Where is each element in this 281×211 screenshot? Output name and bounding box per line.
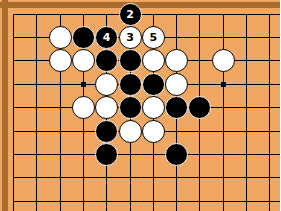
grid-line-horizontal <box>14 154 281 155</box>
star-point <box>81 82 86 87</box>
white-stone <box>119 120 142 143</box>
white-stone <box>142 96 165 119</box>
go-board-diagram: 2435 <box>0 0 280 211</box>
white-stone <box>165 73 188 96</box>
white-stone <box>49 26 72 49</box>
grid-line-vertical <box>13 14 14 211</box>
grid-line-vertical <box>269 14 270 211</box>
star-point <box>221 82 226 87</box>
black-stone <box>142 73 165 96</box>
move-number-label: 3 <box>126 32 134 43</box>
white-stone <box>95 96 118 119</box>
black-stone <box>119 73 142 96</box>
black-stone <box>119 49 142 72</box>
move-number-label: 5 <box>149 32 157 43</box>
black-stone <box>188 96 211 119</box>
black-stone <box>95 120 118 143</box>
grid-line-horizontal <box>14 14 281 15</box>
black-stone <box>165 143 188 166</box>
grid-line-horizontal <box>14 177 281 178</box>
grid-line-vertical <box>36 14 37 211</box>
black-stone: 2 <box>119 3 142 26</box>
move-number-label: 2 <box>126 9 134 20</box>
white-stone: 3 <box>119 26 142 49</box>
white-stone <box>95 73 118 96</box>
black-stone <box>165 96 188 119</box>
white-stone <box>49 49 72 72</box>
black-stone <box>95 49 118 72</box>
white-stone <box>72 96 95 119</box>
move-number-label: 4 <box>103 32 111 43</box>
grid-line-vertical <box>246 14 247 211</box>
board-edge-band-left <box>2 0 8 211</box>
white-stone: 5 <box>142 26 165 49</box>
grid-line-vertical <box>223 14 224 211</box>
white-stone <box>142 120 165 143</box>
black-stone <box>119 96 142 119</box>
black-stone <box>95 143 118 166</box>
white-stone <box>212 49 235 72</box>
black-stone: 4 <box>95 26 118 49</box>
grid-line-horizontal <box>14 201 281 202</box>
white-stone <box>142 49 165 72</box>
black-stone <box>72 26 95 49</box>
white-stone <box>72 49 95 72</box>
white-stone <box>165 49 188 72</box>
